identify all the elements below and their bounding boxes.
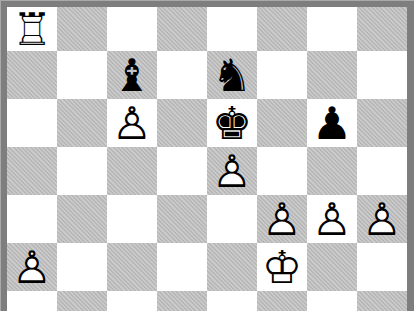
square-c2[interactable] [107,291,157,311]
square-a2[interactable] [7,291,57,311]
square-g8[interactable] [307,7,357,51]
pawn-outline-glyph: ♙ [262,197,302,242]
square-c8[interactable] [107,7,157,51]
king-fill-glyph: ♚ [262,245,302,290]
pawn-outline-glyph: ♙ [12,245,52,290]
white-rook-a8: ♜♖ [7,7,57,51]
square-d5[interactable] [157,147,207,195]
square-e7[interactable]: ♞ [207,51,257,99]
square-b3[interactable] [57,243,107,291]
square-g2[interactable] [307,291,357,311]
square-g6[interactable]: ♟ [307,99,357,147]
square-b7[interactable] [57,51,107,99]
square-c7[interactable]: ♝ [107,51,157,99]
square-g5[interactable] [307,147,357,195]
square-e5[interactable]: ♟♙ [207,147,257,195]
square-g4[interactable]: ♟♙ [307,195,357,243]
square-c6[interactable]: ♟♙ [107,99,157,147]
rook-fill-glyph: ♜ [12,7,52,52]
pawn-fill-glyph: ♟ [112,101,152,146]
square-f5[interactable] [257,147,307,195]
white-pawn-h4: ♟♙ [357,195,407,243]
square-c5[interactable] [107,147,157,195]
white-king-f3: ♚♔ [257,243,307,291]
square-a4[interactable] [7,195,57,243]
square-a6[interactable] [7,99,57,147]
knight-glyph: ♞ [212,53,252,98]
square-h2[interactable] [357,291,407,311]
square-b5[interactable] [57,147,107,195]
square-g3[interactable] [307,243,357,291]
square-d7[interactable] [157,51,207,99]
black-king-e6: ♚ [207,99,257,147]
white-pawn-e5: ♟♙ [207,147,257,195]
square-c3[interactable] [107,243,157,291]
square-f8[interactable] [257,7,307,51]
chess-board: ♜♖♝♞♟♙♚♟♟♙♟♙♟♙♟♙♟♙♚♔ [7,7,407,311]
pawn-outline-glyph: ♙ [212,149,252,194]
square-f3[interactable]: ♚♔ [257,243,307,291]
square-c4[interactable] [107,195,157,243]
pawn-glyph: ♟ [312,101,352,146]
pawn-fill-glyph: ♟ [312,197,352,242]
square-e2[interactable] [207,291,257,311]
bishop-glyph: ♝ [112,53,152,98]
king-glyph: ♚ [212,101,252,146]
pawn-fill-glyph: ♟ [362,197,402,242]
square-f2[interactable] [257,291,307,311]
white-pawn-f4: ♟♙ [257,195,307,243]
black-bishop-c7: ♝ [107,51,157,99]
square-e4[interactable] [207,195,257,243]
black-pawn-g6: ♟ [307,99,357,147]
pawn-outline-glyph: ♙ [362,197,402,242]
square-a7[interactable] [7,51,57,99]
white-pawn-c6: ♟♙ [107,99,157,147]
square-e3[interactable] [207,243,257,291]
square-a8[interactable]: ♜♖ [7,7,57,51]
square-d2[interactable] [157,291,207,311]
square-e8[interactable] [207,7,257,51]
pawn-outline-glyph: ♙ [112,101,152,146]
square-f4[interactable]: ♟♙ [257,195,307,243]
black-knight-e7: ♞ [207,51,257,99]
square-h6[interactable] [357,99,407,147]
square-b6[interactable] [57,99,107,147]
white-pawn-a3: ♟♙ [7,243,57,291]
square-d4[interactable] [157,195,207,243]
pawn-fill-glyph: ♟ [262,197,302,242]
square-b4[interactable] [57,195,107,243]
chess-diagram: ♜♖♝♞♟♙♚♟♟♙♟♙♟♙♟♙♟♙♚♔ [0,0,414,311]
square-h3[interactable] [357,243,407,291]
square-h8[interactable] [357,7,407,51]
square-e6[interactable]: ♚ [207,99,257,147]
square-h5[interactable] [357,147,407,195]
square-a5[interactable] [7,147,57,195]
square-d3[interactable] [157,243,207,291]
white-pawn-g4: ♟♙ [307,195,357,243]
king-outline-glyph: ♔ [262,245,302,290]
square-d6[interactable] [157,99,207,147]
square-b2[interactable] [57,291,107,311]
pawn-fill-glyph: ♟ [12,245,52,290]
square-h7[interactable] [357,51,407,99]
pawn-outline-glyph: ♙ [312,197,352,242]
square-f7[interactable] [257,51,307,99]
rook-outline-glyph: ♖ [12,7,52,52]
square-b8[interactable] [57,7,107,51]
square-g7[interactable] [307,51,357,99]
pawn-fill-glyph: ♟ [212,149,252,194]
square-f6[interactable] [257,99,307,147]
square-h4[interactable]: ♟♙ [357,195,407,243]
square-d8[interactable] [157,7,207,51]
square-a3[interactable]: ♟♙ [7,243,57,291]
